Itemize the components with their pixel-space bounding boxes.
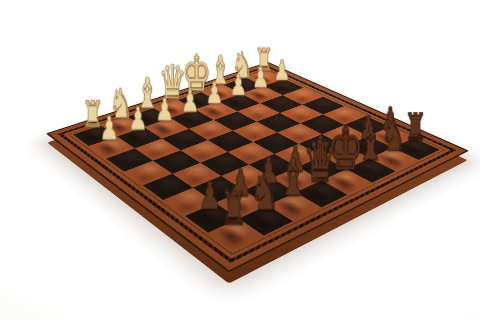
square-g4[interactable] (280, 105, 323, 124)
square-e2[interactable]: ♟ (195, 101, 237, 119)
square-f2[interactable]: ♟ (219, 94, 260, 112)
square-d4[interactable] (207, 131, 253, 152)
piece-shadow (267, 82, 294, 93)
white-pawn-glyph: ♟ (206, 78, 224, 108)
square-d2[interactable]: ♟ (170, 110, 213, 129)
square-h2[interactable]: ♟ (263, 79, 303, 95)
black-knight-glyph: ♞ (249, 167, 279, 217)
black-rook-glyph: ♜ (220, 186, 248, 232)
piece-shadow (249, 74, 275, 85)
square-g2[interactable]: ♟ (242, 86, 283, 103)
white-pawn-glyph: ♟ (252, 63, 269, 92)
piece-shadow (199, 105, 227, 118)
white-bishop-glyph: ♝ (208, 51, 232, 90)
square-f1[interactable]: ♝ (201, 85, 241, 102)
perspective-scene: ♜♟♟♜♞♟♟♞♝♟♟♝♚♟♟♚♛♟♟♛♝♟♟♝♞♟♟♞♜♟♟♜ (13, 7, 469, 311)
piece-shadow (181, 95, 208, 107)
white-pawn-glyph: ♟ (128, 103, 147, 135)
piece-shadow (148, 122, 176, 136)
piece-shadow (245, 89, 272, 101)
chess-photo-scene: ♜♟♟♜♞♟♟♞♝♟♟♝♚♟♟♚♛♟♟♛♝♟♟♝♞♟♟♞♜♟♟♜ (13, 7, 469, 311)
white-pawn-glyph: ♟ (181, 86, 199, 116)
white-pawn-glyph: ♟ (230, 71, 248, 100)
board-3d: ♜♟♟♜♞♟♟♞♝♟♟♝♚♟♟♚♛♟♟♛♝♟♟♝♞♟♟♞♜♟♟♜ (103, 0, 403, 292)
white-knight-glyph: ♞ (231, 47, 253, 83)
piece-shadow (174, 113, 202, 126)
black-pawn-glyph: ♟ (198, 176, 221, 214)
square-a4[interactable] (124, 161, 173, 186)
square-f4[interactable] (257, 113, 301, 133)
square-h4[interactable] (302, 97, 344, 115)
white-bishop-glyph: ♝ (135, 73, 160, 115)
square-h3[interactable] (282, 88, 323, 105)
square-f3[interactable] (237, 103, 280, 122)
piece-shadow (157, 103, 184, 116)
white-pawn-glyph: ♟ (155, 94, 174, 125)
square-e4[interactable] (233, 122, 278, 142)
black-bishop-glyph: ♝ (277, 152, 308, 204)
square-e3[interactable] (213, 111, 256, 130)
piece-shadow (222, 97, 249, 109)
white-king-glyph: ♚ (182, 49, 212, 98)
black-rook-glyph: ♜ (404, 108, 427, 146)
playfield-grid: ♜♟♟♜♞♟♟♞♝♟♟♝♚♟♟♚♛♟♟♛♝♟♟♝♞♟♟♞♜♟♟♜ (73, 71, 440, 251)
square-b2[interactable]: ♟ (117, 127, 162, 148)
piece-shadow (205, 88, 232, 100)
square-e1[interactable]: ♚ (178, 92, 219, 109)
piece-shadow (227, 81, 253, 92)
square-a5[interactable] (143, 174, 193, 200)
square-g1[interactable]: ♞ (224, 78, 264, 94)
square-c2[interactable]: ♟ (144, 118, 188, 138)
square-c1[interactable]: ♝ (128, 108, 171, 127)
white-pawn-glyph: ♟ (100, 112, 120, 145)
white-pawn-glyph: ♟ (274, 56, 291, 84)
square-d1[interactable]: ♛ (153, 100, 195, 118)
white-rook-glyph: ♜ (254, 44, 273, 75)
white-queen-glyph: ♛ (159, 59, 187, 106)
square-d3[interactable] (188, 120, 232, 140)
piece-shadow (131, 112, 158, 125)
square-h1[interactable]: ♜ (245, 71, 284, 86)
square-g3[interactable] (260, 95, 302, 113)
chess-board: ♜♟♟♜♞♟♟♞♝♟♟♝♚♟♟♚♛♟♟♛♝♟♟♝♞♟♟♞♜♟♟♜ (46, 62, 469, 273)
